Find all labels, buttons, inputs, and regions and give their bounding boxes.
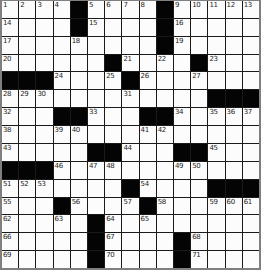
white-cell[interactable] [157,251,173,268]
white-cell[interactable] [140,144,156,161]
white-cell[interactable] [157,180,173,197]
white-cell[interactable]: 60 [226,198,242,215]
white-cell[interactable] [54,233,70,250]
white-cell[interactable] [122,108,138,125]
white-cell[interactable] [226,55,242,72]
black-cell [2,72,18,89]
clue-number: 24 [55,72,63,80]
black-cell [191,55,207,72]
white-cell[interactable] [208,72,224,89]
white-cell[interactable]: 37 [243,108,259,125]
white-cell[interactable]: 7 [122,1,138,18]
white-cell[interactable]: 67 [105,233,121,250]
white-cell[interactable]: 42 [157,126,173,143]
clue-number: 25 [106,72,114,80]
white-cell[interactable]: 20 [2,55,18,72]
white-cell[interactable] [191,37,207,54]
white-cell[interactable]: 25 [105,72,121,89]
clue-number: 63 [55,215,63,223]
clue-number: 52 [20,180,28,188]
white-cell[interactable]: 5 [88,1,104,18]
white-cell[interactable] [36,251,52,268]
black-cell [174,144,190,161]
white-cell[interactable] [174,180,190,197]
white-cell[interactable] [191,198,207,215]
white-cell[interactable] [105,37,121,54]
white-cell[interactable]: 30 [36,90,52,107]
white-cell[interactable]: 6 [105,1,121,18]
clue-number: 31 [123,90,131,98]
white-cell[interactable] [36,215,52,232]
white-cell[interactable] [140,251,156,268]
clue-number: 55 [3,198,11,206]
white-cell[interactable]: 26 [140,72,156,89]
white-cell[interactable] [88,198,104,215]
clue-number: 38 [3,126,11,134]
white-cell[interactable]: 57 [122,198,138,215]
white-cell[interactable] [105,198,121,215]
white-cell[interactable] [88,72,104,89]
white-cell[interactable]: 44 [122,144,138,161]
white-cell[interactable] [19,198,35,215]
clue-number: 12 [227,1,235,9]
clue-number: 9 [175,1,179,9]
white-cell[interactable] [105,180,121,197]
clue-number: 41 [141,126,149,134]
clue-number: 66 [3,233,11,241]
white-cell[interactable]: 33 [88,108,104,125]
clue-number: 10 [192,1,200,9]
white-cell[interactable] [88,180,104,197]
white-cell[interactable] [243,19,259,36]
white-cell[interactable]: 12 [226,1,242,18]
white-cell[interactable]: 8 [140,1,156,18]
clue-number: 65 [141,215,149,223]
white-cell[interactable] [243,251,259,268]
white-cell[interactable] [88,55,104,72]
white-cell[interactable]: 66 [2,233,18,250]
white-cell[interactable] [243,55,259,72]
white-cell[interactable] [174,72,190,89]
white-cell[interactable] [19,37,35,54]
clue-number: 35 [209,108,217,116]
white-cell[interactable]: 40 [71,126,87,143]
clue-number: 28 [3,90,11,98]
white-cell[interactable] [54,251,70,268]
white-cell[interactable]: 17 [2,37,18,54]
white-cell[interactable] [208,126,224,143]
white-cell[interactable] [88,126,104,143]
white-cell[interactable] [174,55,190,72]
white-cell[interactable]: 13 [243,1,259,18]
clue-number: 11 [209,1,217,9]
white-cell[interactable] [208,162,224,179]
white-cell[interactable]: 10 [191,1,207,18]
clue-number: 53 [37,180,45,188]
white-cell[interactable] [36,37,52,54]
clue-number: 7 [123,1,127,9]
white-cell[interactable] [71,90,87,107]
white-cell[interactable] [54,55,70,72]
white-cell[interactable] [122,162,138,179]
white-cell[interactable]: 58 [157,198,173,215]
white-cell[interactable]: 65 [140,215,156,232]
white-cell[interactable] [226,72,242,89]
white-cell[interactable]: 49 [174,162,190,179]
clue-number: 39 [55,126,63,134]
white-cell[interactable]: 46 [54,162,70,179]
clue-number: 48 [106,162,114,170]
white-cell[interactable] [36,19,52,36]
white-cell[interactable] [191,180,207,197]
clue-number: 57 [123,198,131,206]
black-cell [88,144,104,161]
black-cell [71,108,87,125]
white-cell[interactable]: 15 [88,19,104,36]
white-cell[interactable]: 63 [54,215,70,232]
white-cell[interactable] [54,144,70,161]
black-cell [174,251,190,268]
clue-number: 46 [55,162,63,170]
black-cell [88,251,104,268]
white-cell[interactable]: 47 [88,162,104,179]
white-cell[interactable]: 27 [191,72,207,89]
white-cell[interactable] [122,37,138,54]
white-cell[interactable] [140,19,156,36]
white-cell[interactable]: 36 [226,108,242,125]
white-cell[interactable] [226,162,242,179]
black-cell [122,72,138,89]
white-cell[interactable]: 43 [2,144,18,161]
white-cell[interactable]: 54 [140,180,156,197]
white-cell[interactable]: 18 [71,37,87,54]
clue-number: 69 [3,251,11,259]
white-cell[interactable] [208,37,224,54]
white-cell[interactable] [54,19,70,36]
white-cell[interactable]: 2 [19,1,35,18]
white-cell[interactable] [19,215,35,232]
white-cell[interactable]: 11 [208,1,224,18]
white-cell[interactable] [88,90,104,107]
clue-number: 15 [89,19,97,27]
black-cell [105,144,121,161]
white-cell[interactable] [122,19,138,36]
white-cell[interactable] [140,233,156,250]
clue-number: 13 [244,1,252,9]
clue-number: 51 [3,180,11,188]
white-cell[interactable]: 64 [105,215,121,232]
clue-number: 71 [192,251,200,259]
white-cell[interactable]: 22 [157,55,173,72]
white-cell[interactable]: 50 [191,162,207,179]
white-cell[interactable]: 21 [122,55,138,72]
black-cell [191,144,207,161]
white-cell[interactable]: 9 [174,1,190,18]
clue-number: 62 [3,215,11,223]
white-cell[interactable] [71,72,87,89]
white-cell[interactable] [157,144,173,161]
white-cell[interactable] [174,90,190,107]
white-cell[interactable] [36,55,52,72]
clue-number: 40 [72,126,80,134]
black-cell [174,233,190,250]
clue-number: 1 [3,1,7,9]
black-cell [226,180,242,197]
white-cell[interactable]: 35 [208,108,224,125]
white-cell[interactable]: 24 [54,72,70,89]
white-cell[interactable] [71,180,87,197]
clue-number: 33 [89,108,97,116]
white-cell[interactable] [191,126,207,143]
white-cell[interactable] [88,37,104,54]
clue-number: 32 [3,108,11,116]
clue-number: 60 [227,198,235,206]
clue-number: 67 [106,233,114,241]
white-cell[interactable]: 16 [174,19,190,36]
white-cell[interactable] [19,144,35,161]
white-cell[interactable]: 32 [2,108,18,125]
white-cell[interactable] [174,198,190,215]
white-cell[interactable] [157,72,173,89]
black-cell [157,19,173,36]
white-cell[interactable] [243,162,259,179]
white-cell[interactable] [36,126,52,143]
white-cell[interactable]: 59 [208,198,224,215]
clue-number: 54 [141,180,149,188]
white-cell[interactable]: 41 [140,126,156,143]
black-cell [54,108,70,125]
clue-number: 27 [192,72,200,80]
clue-number: 30 [37,90,45,98]
clue-number: 34 [175,108,183,116]
white-cell[interactable] [243,37,259,54]
clue-number: 61 [244,198,252,206]
white-cell[interactable]: 48 [105,162,121,179]
white-cell[interactable]: 51 [2,180,18,197]
white-cell[interactable] [19,126,35,143]
white-cell[interactable] [71,162,87,179]
white-cell[interactable]: 23 [208,55,224,72]
white-cell[interactable]: 71 [191,251,207,268]
white-cell[interactable] [19,251,35,268]
black-cell [140,198,156,215]
black-cell [226,90,242,107]
clue-number: 37 [244,108,252,116]
black-cell [122,180,138,197]
black-cell [71,19,87,36]
clue-number: 19 [175,37,183,45]
clue-number: 3 [37,1,41,9]
white-cell[interactable] [174,215,190,232]
white-cell[interactable]: 31 [122,90,138,107]
clue-number: 45 [209,144,217,152]
white-cell[interactable] [140,37,156,54]
white-cell[interactable] [191,215,207,232]
white-cell[interactable]: 53 [36,180,52,197]
white-cell[interactable]: 39 [54,126,70,143]
white-cell[interactable] [122,215,138,232]
white-cell[interactable] [54,37,70,54]
clue-number: 29 [20,90,28,98]
clue-number: 64 [106,215,114,223]
white-cell[interactable]: 69 [2,251,18,268]
white-cell[interactable] [19,233,35,250]
white-cell[interactable] [140,90,156,107]
white-cell[interactable] [208,251,224,268]
white-cell[interactable] [36,108,52,125]
black-cell [105,55,121,72]
white-cell[interactable] [226,233,242,250]
white-cell[interactable] [122,233,138,250]
white-cell[interactable]: 34 [174,108,190,125]
white-cell[interactable]: 3 [36,1,52,18]
white-cell[interactable]: 38 [2,126,18,143]
white-cell[interactable]: 55 [2,198,18,215]
white-cell[interactable]: 19 [174,37,190,54]
clue-number: 50 [192,162,200,170]
clue-number: 4 [55,1,59,9]
white-cell[interactable] [71,55,87,72]
white-cell[interactable] [226,215,242,232]
white-cell[interactable] [191,19,207,36]
black-cell [140,108,156,125]
clue-number: 26 [141,72,149,80]
white-cell[interactable]: 28 [2,90,18,107]
white-cell[interactable]: 1 [2,1,18,18]
clue-number: 17 [3,37,11,45]
clue-number: 49 [175,162,183,170]
crossword-grid: 1234567891011121314151617181920212223242… [0,0,261,270]
white-cell[interactable] [243,215,259,232]
black-cell [36,162,52,179]
clue-number: 43 [3,144,11,152]
white-cell[interactable] [157,215,173,232]
white-cell[interactable] [208,233,224,250]
clue-number: 22 [158,55,166,63]
white-cell[interactable] [243,126,259,143]
white-cell[interactable] [191,108,207,125]
white-cell[interactable] [19,55,35,72]
white-cell[interactable]: 4 [54,1,70,18]
white-cell[interactable] [174,126,190,143]
white-cell[interactable] [54,90,70,107]
white-cell[interactable]: 70 [105,251,121,268]
white-cell[interactable] [226,126,242,143]
black-cell [71,1,87,18]
white-cell[interactable] [71,215,87,232]
white-cell[interactable] [208,215,224,232]
white-cell[interactable]: 68 [191,233,207,250]
white-cell[interactable] [36,144,52,161]
white-cell[interactable] [243,233,259,250]
white-cell[interactable] [157,162,173,179]
white-cell[interactable] [19,19,35,36]
clue-number: 18 [72,37,80,45]
black-cell [88,215,104,232]
white-cell[interactable]: 52 [19,180,35,197]
black-cell [2,162,18,179]
clue-number: 8 [141,1,145,9]
clue-number: 20 [3,55,11,63]
white-cell[interactable] [71,251,87,268]
white-cell[interactable] [122,126,138,143]
clue-number: 5 [89,1,93,9]
black-cell [88,233,104,250]
clue-number: 68 [192,233,200,241]
clue-number: 70 [106,251,114,259]
clue-number: 56 [72,198,80,206]
clue-number: 44 [123,144,131,152]
white-cell[interactable] [19,108,35,125]
clue-number: 21 [123,55,131,63]
black-cell [243,90,259,107]
white-cell[interactable] [243,72,259,89]
black-cell [19,162,35,179]
white-cell[interactable] [226,37,242,54]
black-cell [208,180,224,197]
white-cell[interactable]: 62 [2,215,18,232]
white-cell[interactable] [140,162,156,179]
white-cell[interactable] [226,251,242,268]
clue-number: 14 [3,19,11,27]
white-cell[interactable]: 45 [208,144,224,161]
clue-number: 47 [89,162,97,170]
white-cell[interactable] [157,90,173,107]
white-cell[interactable] [105,90,121,107]
black-cell [36,72,52,89]
white-cell[interactable] [71,233,87,250]
white-cell[interactable] [226,144,242,161]
clue-number: 42 [158,126,166,134]
white-cell[interactable]: 14 [2,19,18,36]
white-cell[interactable] [105,108,121,125]
white-cell[interactable] [36,198,52,215]
black-cell [54,198,70,215]
white-cell[interactable]: 61 [243,198,259,215]
clue-number: 23 [209,55,217,63]
clue-number: 16 [175,19,183,27]
clue-number: 2 [20,1,24,9]
white-cell[interactable] [105,126,121,143]
white-cell[interactable] [54,180,70,197]
white-cell[interactable] [105,19,121,36]
white-cell[interactable] [140,55,156,72]
white-cell[interactable] [36,233,52,250]
white-cell[interactable]: 29 [19,90,35,107]
white-cell[interactable] [157,233,173,250]
clue-number: 59 [209,198,217,206]
black-cell [208,90,224,107]
white-cell[interactable]: 56 [71,198,87,215]
white-cell[interactable] [226,19,242,36]
clue-number: 36 [227,108,235,116]
black-cell [157,37,173,54]
clue-number: 58 [158,198,166,206]
clue-number: 6 [106,1,110,9]
white-cell[interactable] [122,251,138,268]
white-cell[interactable] [243,144,259,161]
white-cell[interactable] [71,144,87,161]
black-cell [157,1,173,18]
black-cell [243,180,259,197]
black-cell [19,72,35,89]
black-cell [157,108,173,125]
white-cell[interactable] [191,90,207,107]
white-cell[interactable] [208,19,224,36]
